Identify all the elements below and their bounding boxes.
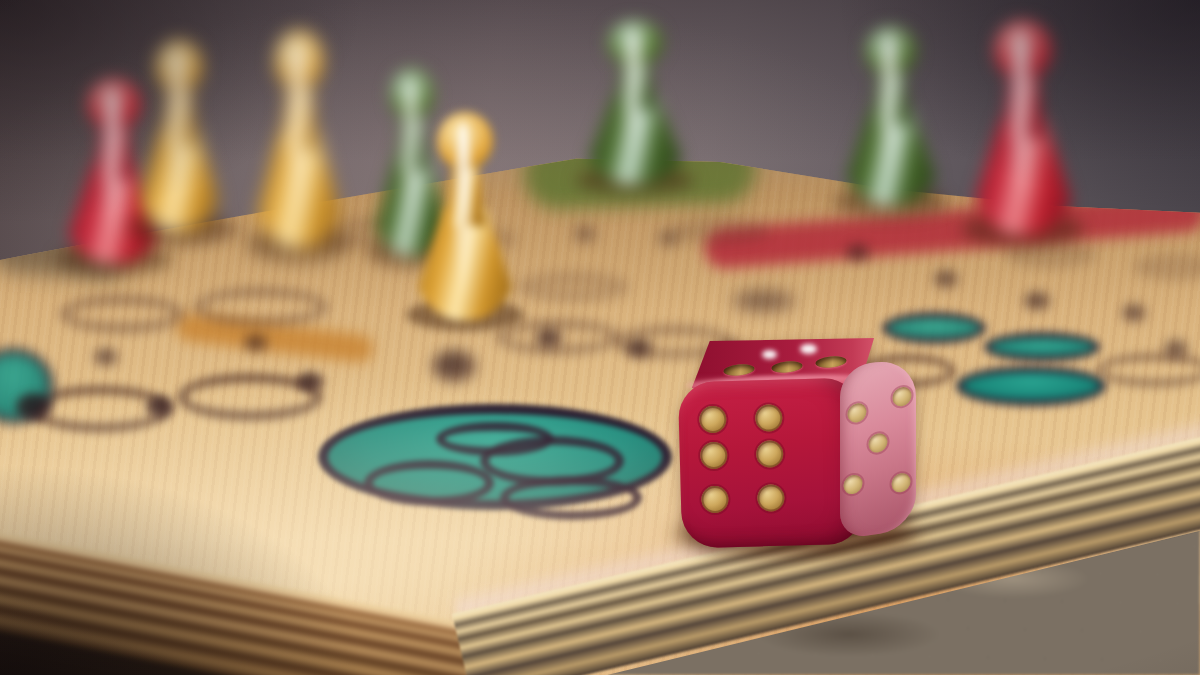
die-pip [755,404,783,432]
home-inner-ring [480,436,624,486]
die-right-face [840,357,916,540]
board-space-ring [496,320,620,354]
die-pip [847,402,866,424]
die[interactable] [670,334,918,552]
home-inner-ring [364,460,494,506]
board-space-knot [626,338,652,358]
die-pip [756,440,784,468]
home-inner-ring [500,476,642,520]
board-space-ring [194,288,328,326]
board-space-ring [518,274,628,300]
die-pip [701,485,729,513]
die-specular-glint [762,350,777,359]
die-pip [699,406,727,434]
board-space-knot [934,270,958,288]
board-space-ring [316,220,418,244]
board-space-ring [420,228,516,250]
die-pip [891,472,910,494]
board-space-ring [1096,353,1200,387]
board-space-knot [536,328,562,348]
die-specular-glint [800,344,817,354]
board-space-knot [432,350,476,382]
die-pip [771,360,803,374]
board-space-knot [16,393,52,421]
home-circle [318,404,672,510]
die-pip [700,442,728,470]
board-space-knot [732,290,796,312]
die-pip [843,473,862,495]
board-space-ring [178,374,322,420]
die-pip [869,432,888,454]
die-pip [757,484,785,512]
board-space-knot [94,348,118,366]
board-space-teal [984,332,1100,362]
board-space-ring [1134,256,1200,278]
die-front-face [678,378,864,549]
board-space-knot [146,396,174,418]
die-pip [815,355,847,369]
die-pip [723,363,755,377]
board-space-ring [60,296,184,332]
board-space-ribbon [175,312,375,364]
board-space-knot [1024,292,1050,310]
board-space-knot [296,372,324,392]
board-space-knot [1164,340,1188,358]
board-space-ring [30,386,170,432]
board-space-knot [846,244,870,262]
home-inner-ring [436,422,554,456]
board-space-knot [658,230,680,246]
scene [0,0,1200,675]
board-space-knot [244,334,268,352]
board-space-teal [956,366,1106,406]
board-space-knot [1122,304,1146,322]
die-pip [893,386,912,408]
board-space-knot [574,226,596,242]
board-space-teal [0,348,54,424]
board-space-ring [1006,244,1096,266]
board-space-ring [674,220,768,242]
